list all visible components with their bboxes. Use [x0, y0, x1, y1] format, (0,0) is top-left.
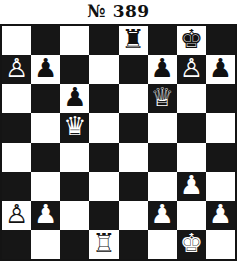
- square-a2: ♙: [2, 201, 31, 230]
- square-e1: [119, 230, 148, 259]
- square-g5: [177, 113, 206, 142]
- square-g8: ♚: [177, 26, 206, 55]
- square-f8: [148, 26, 177, 55]
- square-a7: ♙: [2, 55, 31, 84]
- puzzle-number: № 389: [0, 0, 237, 24]
- square-e4: [119, 143, 148, 172]
- square-f3: [148, 172, 177, 201]
- square-a8: [2, 26, 31, 55]
- square-g7: ♙: [177, 55, 206, 84]
- square-b1: [31, 230, 60, 259]
- square-b6: [31, 84, 60, 113]
- square-e5: [119, 113, 148, 142]
- square-c3: [60, 172, 89, 201]
- square-a3: [2, 172, 31, 201]
- black-pawn: ♙: [180, 55, 203, 83]
- square-c5: ♛: [60, 113, 89, 142]
- square-a1: [2, 230, 31, 259]
- white-pawn: ♟: [209, 201, 232, 229]
- square-e3: [119, 172, 148, 201]
- square-h5: [206, 113, 235, 142]
- chess-board: ♜♚♙♟♟♙♟♟♕♛♟♙♟♟♟♖♚: [0, 24, 237, 261]
- square-h2: ♟: [206, 201, 235, 230]
- square-h8: [206, 26, 235, 55]
- square-d2: [89, 201, 118, 230]
- square-g4: [177, 143, 206, 172]
- square-b8: [31, 26, 60, 55]
- square-d3: [89, 172, 118, 201]
- square-f1: [148, 230, 177, 259]
- square-c1: [60, 230, 89, 259]
- white-pawn: ♟: [151, 201, 174, 229]
- square-h4: [206, 143, 235, 172]
- black-pawn: ♟: [151, 55, 174, 83]
- square-c6: ♟: [60, 84, 89, 113]
- square-d7: [89, 55, 118, 84]
- square-a4: [2, 143, 31, 172]
- white-queen: ♛: [63, 113, 86, 141]
- square-h6: [206, 84, 235, 113]
- square-a5: [2, 113, 31, 142]
- square-f7: ♟: [148, 55, 177, 84]
- square-g6: [177, 84, 206, 113]
- square-c7: [60, 55, 89, 84]
- square-d8: [89, 26, 118, 55]
- black-queen: ♕: [151, 84, 174, 112]
- black-king: ♚: [180, 26, 203, 54]
- black-pawn: ♟: [63, 84, 86, 112]
- square-c8: [60, 26, 89, 55]
- square-b3: [31, 172, 60, 201]
- square-e7: [119, 55, 148, 84]
- white-pawn: ♙: [5, 201, 28, 229]
- black-rook: ♜: [121, 26, 144, 54]
- square-d6: [89, 84, 118, 113]
- square-d5: [89, 113, 118, 142]
- white-rook: ♖: [92, 230, 115, 258]
- square-h3: [206, 172, 235, 201]
- square-g2: [177, 201, 206, 230]
- square-b4: [31, 143, 60, 172]
- black-pawn: ♟: [209, 55, 232, 83]
- square-h1: [206, 230, 235, 259]
- white-pawn: ♟: [34, 201, 57, 229]
- square-c2: [60, 201, 89, 230]
- square-d1: ♖: [89, 230, 118, 259]
- square-e2: [119, 201, 148, 230]
- square-f6: ♕: [148, 84, 177, 113]
- square-g3: ♟: [177, 172, 206, 201]
- square-f4: [148, 143, 177, 172]
- square-g1: ♚: [177, 230, 206, 259]
- square-f5: [148, 113, 177, 142]
- white-pawn: ♟: [180, 172, 203, 200]
- square-e8: ♜: [119, 26, 148, 55]
- square-c4: [60, 143, 89, 172]
- puzzle-page: № 389 ♜♚♙♟♟♙♟♟♕♛♟♙♟♟♟♖♚: [0, 0, 237, 261]
- square-f2: ♟: [148, 201, 177, 230]
- black-pawn: ♟: [34, 55, 57, 83]
- square-h7: ♟: [206, 55, 235, 84]
- square-e6: [119, 84, 148, 113]
- square-b2: ♟: [31, 201, 60, 230]
- black-pawn: ♙: [5, 55, 28, 83]
- white-king: ♚: [180, 230, 203, 258]
- square-b7: ♟: [31, 55, 60, 84]
- square-a6: [2, 84, 31, 113]
- square-d4: [89, 143, 118, 172]
- square-b5: [31, 113, 60, 142]
